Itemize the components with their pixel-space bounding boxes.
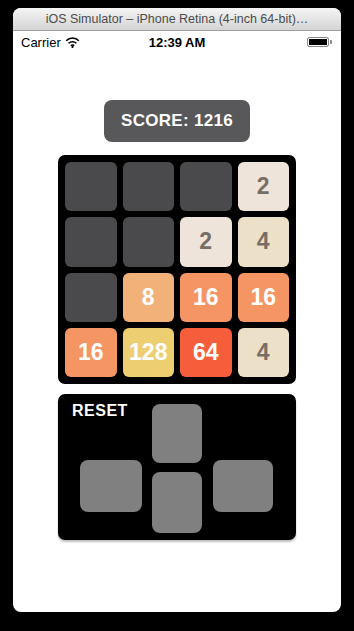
battery-body [307, 37, 329, 47]
tile-r4c1: 16 [65, 328, 117, 377]
tile-r1c4: 2 [238, 162, 290, 211]
battery-icon [307, 37, 332, 47]
tile-r3c3: 16 [180, 273, 232, 322]
tile-r4c4: 4 [238, 328, 290, 377]
control-panel: RESET [58, 394, 296, 540]
status-time: 12:39 AM [13, 35, 341, 50]
status-bar: Carrier 12:39 AM [13, 31, 341, 53]
reset-button[interactable]: RESET [72, 402, 128, 420]
tile-r2c4: 4 [238, 217, 290, 266]
battery-tip [330, 40, 332, 44]
move-up-button[interactable] [152, 404, 202, 463]
simulator-window: iOS Simulator – iPhone Retina (4-inch 64… [13, 8, 341, 612]
score-box: SCORE: 1216 [104, 100, 250, 142]
move-down-button[interactable] [152, 472, 202, 533]
tile-r3c2: 8 [123, 273, 175, 322]
window-title: iOS Simulator – iPhone Retina (4-inch 64… [46, 12, 309, 26]
tile-r2c3: 2 [180, 217, 232, 266]
tile-r1c3 [180, 162, 232, 211]
score-text: SCORE: 1216 [121, 111, 233, 131]
tile-r3c4: 16 [238, 273, 290, 322]
move-left-button[interactable] [80, 460, 142, 512]
window-titlebar[interactable]: iOS Simulator – iPhone Retina (4-inch 64… [13, 8, 341, 31]
game-board: 2248161616128644 [58, 155, 296, 384]
tile-r4c2: 128 [123, 328, 175, 377]
tile-r2c2 [123, 217, 175, 266]
tile-r3c1 [65, 273, 117, 322]
tile-r1c1 [65, 162, 117, 211]
tile-r2c1 [65, 217, 117, 266]
tile-r1c2 [123, 162, 175, 211]
tile-r4c3: 64 [180, 328, 232, 377]
move-right-button[interactable] [213, 460, 273, 512]
